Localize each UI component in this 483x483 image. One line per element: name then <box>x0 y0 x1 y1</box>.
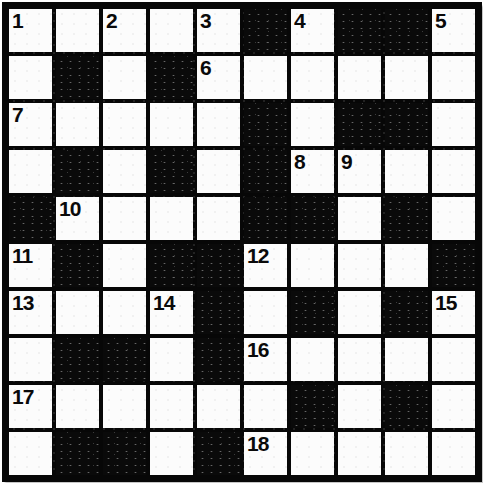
clue-number-10: 10 <box>59 197 80 221</box>
cell-r6c9[interactable] <box>385 244 428 287</box>
cell-r6c10-block <box>432 244 475 287</box>
clue-number-5: 5 <box>435 9 446 33</box>
clue-number-11: 11 <box>12 244 32 268</box>
cell-r5c4[interactable] <box>150 197 193 240</box>
clue-number-6: 6 <box>200 56 211 80</box>
cell-r6c4-block <box>150 244 193 287</box>
cell-r2c2-block <box>56 56 99 99</box>
cell-r6c3[interactable] <box>103 244 146 287</box>
cell-r9c4[interactable] <box>150 385 193 428</box>
cell-r7c2[interactable] <box>56 291 99 334</box>
cell-r1c1[interactable]: 1 <box>9 9 52 52</box>
cell-r1c4[interactable] <box>150 9 193 52</box>
cell-r4c10[interactable] <box>432 150 475 193</box>
cell-r6c8[interactable] <box>338 244 381 287</box>
cell-r5c1-block <box>9 197 52 240</box>
cell-r9c3[interactable] <box>103 385 146 428</box>
cell-r10c1[interactable] <box>9 432 52 475</box>
cell-r4c3[interactable] <box>103 150 146 193</box>
cell-r3c3[interactable] <box>103 103 146 146</box>
cell-r1c3[interactable]: 2 <box>103 9 146 52</box>
clue-number-14: 14 <box>153 291 174 315</box>
cell-r10c4[interactable] <box>150 432 193 475</box>
cell-r1c2[interactable] <box>56 9 99 52</box>
cell-r8c3-block <box>103 338 146 381</box>
cell-r10c8[interactable] <box>338 432 381 475</box>
cell-r8c9[interactable] <box>385 338 428 381</box>
cell-r4c7[interactable]: 8 <box>291 150 334 193</box>
cell-r5c9-block <box>385 197 428 240</box>
cell-r3c5[interactable] <box>197 103 240 146</box>
cell-r10c7[interactable] <box>291 432 334 475</box>
cell-r2c8[interactable] <box>338 56 381 99</box>
cell-r3c8-block <box>338 103 381 146</box>
cell-r1c8-block <box>338 9 381 52</box>
cell-r1c10[interactable]: 5 <box>432 9 475 52</box>
cell-r4c5[interactable] <box>197 150 240 193</box>
clue-number-7: 7 <box>12 103 23 127</box>
cell-r7c9-block <box>385 291 428 334</box>
cell-r6c6[interactable]: 12 <box>244 244 287 287</box>
cell-r7c5-block <box>197 291 240 334</box>
cell-r3c2[interactable] <box>56 103 99 146</box>
cell-r4c4-block <box>150 150 193 193</box>
cell-r3c9-block <box>385 103 428 146</box>
cell-r8c6[interactable]: 16 <box>244 338 287 381</box>
cell-r4c8[interactable]: 9 <box>338 150 381 193</box>
cell-r9c9-block <box>385 385 428 428</box>
cell-r2c7[interactable] <box>291 56 334 99</box>
cell-r3c10[interactable] <box>432 103 475 146</box>
cell-r5c8[interactable] <box>338 197 381 240</box>
clue-number-1: 1 <box>12 9 23 33</box>
cell-r4c2-block <box>56 150 99 193</box>
cell-r2c10[interactable] <box>432 56 475 99</box>
cell-r4c6-block <box>244 150 287 193</box>
cell-r3c7[interactable] <box>291 103 334 146</box>
cell-r5c6-block <box>244 197 287 240</box>
clue-number-4: 4 <box>294 9 305 33</box>
clue-number-9: 9 <box>341 150 352 174</box>
cell-r2c1[interactable] <box>9 56 52 99</box>
cell-r10c9[interactable] <box>385 432 428 475</box>
cell-r6c2-block <box>56 244 99 287</box>
cell-r8c5-block <box>197 338 240 381</box>
cell-r1c6-block <box>244 9 287 52</box>
cell-r7c1[interactable]: 13 <box>9 291 52 334</box>
cell-r9c10[interactable] <box>432 385 475 428</box>
cell-r1c9-block <box>385 9 428 52</box>
cell-r3c6-block <box>244 103 287 146</box>
cell-r2c3[interactable] <box>103 56 146 99</box>
cell-r10c5-block <box>197 432 240 475</box>
cell-r1c7[interactable]: 4 <box>291 9 334 52</box>
cell-r5c10[interactable] <box>432 197 475 240</box>
clue-number-3: 3 <box>200 9 211 33</box>
cell-r9c6[interactable] <box>244 385 287 428</box>
cell-r7c6[interactable] <box>244 291 287 334</box>
cell-r10c6[interactable]: 18 <box>244 432 287 475</box>
cell-r2c6[interactable] <box>244 56 287 99</box>
cell-r6c5-block <box>197 244 240 287</box>
cell-r7c8[interactable] <box>338 291 381 334</box>
cell-r3c1[interactable]: 7 <box>9 103 52 146</box>
cell-r8c1[interactable] <box>9 338 52 381</box>
clue-number-18: 18 <box>247 432 268 456</box>
clue-number-8: 8 <box>294 150 305 174</box>
cell-r2c5[interactable]: 6 <box>197 56 240 99</box>
cell-r10c2-block <box>56 432 99 475</box>
clue-number-12: 12 <box>247 244 268 268</box>
cell-r7c10[interactable]: 15 <box>432 291 475 334</box>
cell-r6c7[interactable] <box>291 244 334 287</box>
cell-r8c10[interactable] <box>432 338 475 381</box>
cell-r8c8[interactable] <box>338 338 381 381</box>
cell-r5c2[interactable]: 10 <box>56 197 99 240</box>
clue-number-16: 16 <box>247 338 268 362</box>
clue-number-13: 13 <box>12 291 33 315</box>
cell-r9c1[interactable]: 17 <box>9 385 52 428</box>
cell-r10c3-block <box>103 432 146 475</box>
cell-r8c7[interactable] <box>291 338 334 381</box>
cell-r10c10[interactable] <box>432 432 475 475</box>
crossword-board: 123456789101112131415161718 <box>2 2 482 482</box>
cell-r3c4[interactable] <box>150 103 193 146</box>
cell-r8c2-block <box>56 338 99 381</box>
cell-r9c7-block <box>291 385 334 428</box>
clue-number-2: 2 <box>106 9 117 33</box>
cell-r4c1[interactable] <box>9 150 52 193</box>
cell-r9c2[interactable] <box>56 385 99 428</box>
cell-r5c5[interactable] <box>197 197 240 240</box>
cell-r9c8[interactable] <box>338 385 381 428</box>
cell-r7c4[interactable]: 14 <box>150 291 193 334</box>
clue-number-15: 15 <box>435 291 456 315</box>
cell-r5c7-block <box>291 197 334 240</box>
cell-r9c5[interactable] <box>197 385 240 428</box>
cell-r8c4[interactable] <box>150 338 193 381</box>
cell-r4c9[interactable] <box>385 150 428 193</box>
cell-r7c3[interactable] <box>103 291 146 334</box>
cell-r2c4-block <box>150 56 193 99</box>
cell-r5c3[interactable] <box>103 197 146 240</box>
cell-r6c1[interactable]: 11 <box>9 244 52 287</box>
cell-r7c7-block <box>291 291 334 334</box>
cell-r1c5[interactable]: 3 <box>197 9 240 52</box>
clue-number-17: 17 <box>12 385 33 409</box>
cell-r2c9[interactable] <box>385 56 428 99</box>
